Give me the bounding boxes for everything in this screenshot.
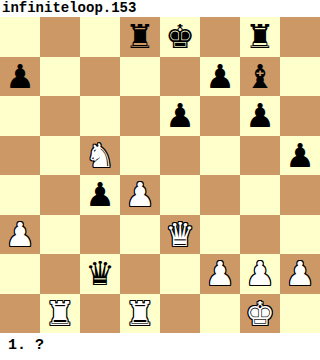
square-e8[interactable]: ♚ xyxy=(160,17,200,57)
square-f5[interactable] xyxy=(200,136,240,176)
black-king-icon: ♚ xyxy=(165,20,195,53)
square-b8[interactable] xyxy=(40,17,80,57)
square-d6[interactable] xyxy=(120,96,160,136)
white-queen-icon: ♛ xyxy=(165,218,195,251)
black-pawn-icon: ♟ xyxy=(5,60,35,93)
white-knight-icon: ♞ xyxy=(85,139,115,172)
square-a6[interactable] xyxy=(0,96,40,136)
square-c8[interactable] xyxy=(80,17,120,57)
footer: 1. ? xyxy=(0,333,320,360)
black-bishop-icon: ♝ xyxy=(245,60,275,93)
square-e4[interactable] xyxy=(160,175,200,215)
square-d2[interactable] xyxy=(120,254,160,294)
square-g2[interactable]: ♟ xyxy=(240,254,280,294)
square-a5[interactable] xyxy=(0,136,40,176)
move-prompt: 1. ? xyxy=(0,333,320,354)
square-a8[interactable] xyxy=(0,17,40,57)
square-e3[interactable]: ♛ xyxy=(160,215,200,255)
square-a4[interactable] xyxy=(0,175,40,215)
square-h7[interactable] xyxy=(280,57,320,97)
square-c5[interactable]: ♞ xyxy=(80,136,120,176)
square-h6[interactable] xyxy=(280,96,320,136)
square-g5[interactable] xyxy=(240,136,280,176)
square-h4[interactable] xyxy=(280,175,320,215)
square-b4[interactable] xyxy=(40,175,80,215)
white-pawn-icon: ♟ xyxy=(245,257,275,290)
square-g3[interactable] xyxy=(240,215,280,255)
white-pawn-icon: ♟ xyxy=(205,257,235,290)
square-g1[interactable]: ♚ xyxy=(240,294,280,334)
square-c7[interactable] xyxy=(80,57,120,97)
square-c1[interactable] xyxy=(80,294,120,334)
square-c6[interactable] xyxy=(80,96,120,136)
square-h1[interactable] xyxy=(280,294,320,334)
square-b2[interactable] xyxy=(40,254,80,294)
white-pawn-icon: ♟ xyxy=(5,218,35,251)
black-pawn-icon: ♟ xyxy=(285,139,315,172)
black-pawn-icon: ♟ xyxy=(85,178,115,211)
white-pawn-icon: ♟ xyxy=(125,178,155,211)
square-b5[interactable] xyxy=(40,136,80,176)
square-a3[interactable]: ♟ xyxy=(0,215,40,255)
black-pawn-icon: ♟ xyxy=(165,99,195,132)
white-rook-icon: ♜ xyxy=(45,297,75,330)
black-queen-icon: ♛ xyxy=(85,257,115,290)
square-b6[interactable] xyxy=(40,96,80,136)
chess-board: ♜♚♜♟♟♝♟♟♞♟♟♟♟♛♛♟♟♟♜♜♚ xyxy=(0,17,320,333)
square-e1[interactable] xyxy=(160,294,200,334)
square-f3[interactable] xyxy=(200,215,240,255)
square-c3[interactable] xyxy=(80,215,120,255)
black-rook-icon: ♜ xyxy=(125,20,155,53)
white-pawn-icon: ♟ xyxy=(285,257,315,290)
square-d1[interactable]: ♜ xyxy=(120,294,160,334)
square-h8[interactable] xyxy=(280,17,320,57)
square-g4[interactable] xyxy=(240,175,280,215)
square-f2[interactable]: ♟ xyxy=(200,254,240,294)
square-d5[interactable] xyxy=(120,136,160,176)
square-c4[interactable]: ♟ xyxy=(80,175,120,215)
white-king-icon: ♚ xyxy=(245,297,275,330)
square-e5[interactable] xyxy=(160,136,200,176)
square-g6[interactable]: ♟ xyxy=(240,96,280,136)
square-b7[interactable] xyxy=(40,57,80,97)
square-a2[interactable] xyxy=(0,254,40,294)
square-a7[interactable]: ♟ xyxy=(0,57,40,97)
square-g8[interactable]: ♜ xyxy=(240,17,280,57)
square-f4[interactable] xyxy=(200,175,240,215)
square-e2[interactable] xyxy=(160,254,200,294)
square-c2[interactable]: ♛ xyxy=(80,254,120,294)
white-rook-icon: ♜ xyxy=(125,297,155,330)
square-f1[interactable] xyxy=(200,294,240,334)
square-h3[interactable] xyxy=(280,215,320,255)
square-d7[interactable] xyxy=(120,57,160,97)
square-b3[interactable] xyxy=(40,215,80,255)
black-pawn-icon: ♟ xyxy=(205,60,235,93)
square-d4[interactable]: ♟ xyxy=(120,175,160,215)
puzzle-title: infiniteloop.153 xyxy=(0,0,320,17)
black-pawn-icon: ♟ xyxy=(245,99,275,132)
square-g7[interactable]: ♝ xyxy=(240,57,280,97)
square-f8[interactable] xyxy=(200,17,240,57)
square-f7[interactable]: ♟ xyxy=(200,57,240,97)
square-d8[interactable]: ♜ xyxy=(120,17,160,57)
square-a1[interactable] xyxy=(0,294,40,334)
square-h5[interactable]: ♟ xyxy=(280,136,320,176)
chess-diagram-window: infiniteloop.153 ♜♚♜♟♟♝♟♟♞♟♟♟♟♛♛♟♟♟♜♜♚ 1… xyxy=(0,0,320,360)
square-b1[interactable]: ♜ xyxy=(40,294,80,334)
square-h2[interactable]: ♟ xyxy=(280,254,320,294)
square-f6[interactable] xyxy=(200,96,240,136)
black-rook-icon: ♜ xyxy=(245,20,275,53)
square-e7[interactable] xyxy=(160,57,200,97)
square-e6[interactable]: ♟ xyxy=(160,96,200,136)
square-d3[interactable] xyxy=(120,215,160,255)
